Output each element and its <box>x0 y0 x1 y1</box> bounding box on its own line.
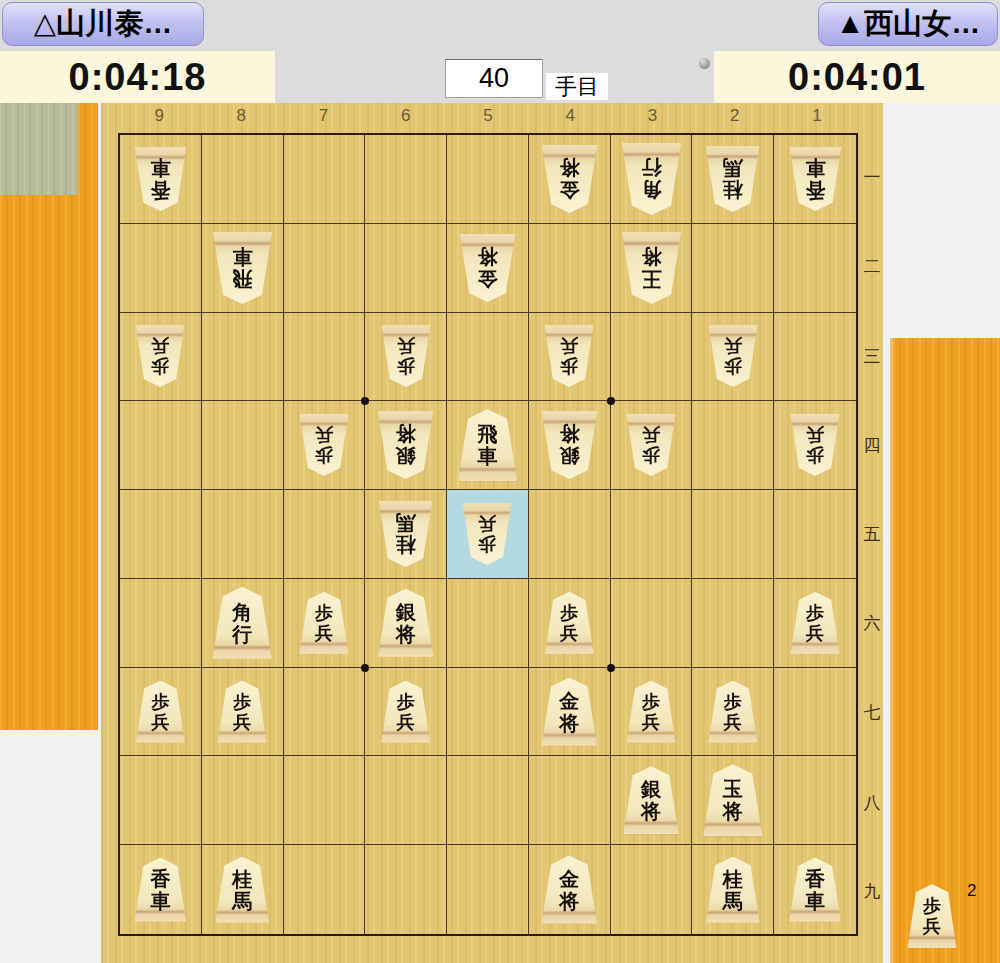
piece-kanji: 車 <box>150 157 170 179</box>
square-3七[interactable]: 歩兵 <box>611 668 693 757</box>
piece-kanji: 歩 <box>233 692 251 712</box>
piece-kanji: 行 <box>641 157 661 179</box>
piece-sente-歩兵[interactable]: 歩兵 <box>707 681 759 743</box>
square-2八[interactable]: 玉将 <box>692 756 774 845</box>
file-label-5: 5 <box>447 106 529 132</box>
square-9六[interactable] <box>120 579 202 668</box>
piece-sente-銀将[interactable]: 銀将 <box>376 589 435 657</box>
square-9九[interactable]: 香車 <box>120 845 202 934</box>
hoshi-star-point <box>361 664 369 672</box>
piece-kanji: 兵 <box>642 425 660 445</box>
piece-kanji: 将 <box>559 712 579 734</box>
square-7七[interactable] <box>284 668 366 757</box>
square-6九[interactable] <box>365 845 447 934</box>
piece-kanji: 将 <box>559 157 579 179</box>
piece-kanji: 桂 <box>723 179 743 201</box>
square-5三[interactable] <box>447 313 529 402</box>
piece-kanji: 玉 <box>723 778 743 800</box>
piece-sente-飛車[interactable]: 飛車 <box>456 409 519 481</box>
square-5五[interactable]: 歩兵 <box>447 490 529 579</box>
square-4三[interactable]: 歩兵 <box>529 313 611 402</box>
square-2七[interactable]: 歩兵 <box>692 668 774 757</box>
piece-sente-歩兵[interactable]: 歩兵 <box>380 681 432 743</box>
piece-gote-歩兵[interactable]: 歩兵 <box>543 325 595 387</box>
piece-kanji: 兵 <box>724 712 742 732</box>
square-8九[interactable]: 桂馬 <box>202 845 284 934</box>
square-3三[interactable] <box>611 313 693 402</box>
piece-sente-桂馬[interactable]: 桂馬 <box>214 857 271 923</box>
piece-kanji: 桂 <box>232 868 252 890</box>
piece-kanji: 兵 <box>724 336 742 356</box>
square-2三[interactable]: 歩兵 <box>692 313 774 402</box>
piece-sente-銀将[interactable]: 銀将 <box>622 766 681 834</box>
piece-gote-飛車[interactable]: 飛車 <box>211 232 274 304</box>
square-8三[interactable] <box>202 313 284 402</box>
square-4二[interactable] <box>529 224 611 313</box>
piece-kanji: 銀 <box>396 601 416 623</box>
rank-label-五: 五 <box>861 490 883 579</box>
piece-sente-香車[interactable]: 香車 <box>133 858 188 922</box>
shogi-board: 987654321 一二三四五六七八九 香車金将角行桂馬香車飛車金将王将歩兵歩兵… <box>101 103 883 963</box>
rank-label-三: 三 <box>861 311 883 400</box>
square-9四[interactable] <box>120 401 202 490</box>
piece-sente-歩兵[interactable]: 歩兵 <box>134 681 186 743</box>
piece-kanji: 歩 <box>151 356 169 376</box>
piece-kanji: 将 <box>723 800 743 822</box>
square-5七[interactable] <box>447 668 529 757</box>
piece-sente-金将[interactable]: 金将 <box>540 678 599 746</box>
piece-kanji: 行 <box>232 623 252 645</box>
square-3九[interactable] <box>611 845 693 934</box>
piece-kanji: 歩 <box>642 692 660 712</box>
rank-label-七: 七 <box>861 668 883 757</box>
piece-kanji: 兵 <box>233 712 251 732</box>
square-8一[interactable] <box>202 135 284 224</box>
piece-sente-桂馬[interactable]: 桂馬 <box>704 857 761 923</box>
hoshi-star-point <box>607 397 615 405</box>
square-4七[interactable]: 金将 <box>529 668 611 757</box>
piece-kanji: 将 <box>477 246 497 268</box>
piece-gote-歩兵[interactable]: 歩兵 <box>134 325 186 387</box>
piece-gote-桂馬[interactable]: 桂馬 <box>704 146 761 212</box>
clock-sente: 0:04:01 <box>714 51 1000 103</box>
square-7六[interactable]: 歩兵 <box>284 579 366 668</box>
piece-kanji: 将 <box>396 623 416 645</box>
square-1三[interactable] <box>774 313 856 402</box>
square-8七[interactable]: 歩兵 <box>202 668 284 757</box>
square-6五[interactable]: 桂馬 <box>365 490 447 579</box>
piece-kanji: 歩 <box>806 445 824 465</box>
piece-kanji: 金 <box>559 690 579 712</box>
square-8六[interactable]: 角行 <box>202 579 284 668</box>
piece-gote-歩兵[interactable]: 歩兵 <box>625 414 677 476</box>
piece-kanji: 歩 <box>315 603 333 623</box>
square-3一[interactable]: 角行 <box>611 135 693 224</box>
piece-kanji: 兵 <box>806 425 824 445</box>
piece-gote-香車[interactable]: 香車 <box>133 147 188 211</box>
file-label-2: 2 <box>694 106 776 132</box>
file-label-1: 1 <box>776 106 858 132</box>
piece-kanji: 香 <box>150 868 170 890</box>
square-2五[interactable] <box>692 490 774 579</box>
piece-kanji: 歩 <box>724 692 742 712</box>
square-1二[interactable] <box>774 224 856 313</box>
square-7一[interactable] <box>284 135 366 224</box>
sente-hand-area: 歩兵 <box>906 884 996 954</box>
square-3六[interactable] <box>611 579 693 668</box>
square-6八[interactable] <box>365 756 447 845</box>
piece-kanji: 兵 <box>397 336 415 356</box>
piece-sente-歩兵[interactable]: 歩兵 <box>216 681 268 743</box>
file-label-9: 9 <box>118 106 200 132</box>
move-number-label: 手目 <box>546 73 608 100</box>
piece-sente-歩兵[interactable]: 歩兵 <box>298 592 350 654</box>
square-4一[interactable]: 金将 <box>529 135 611 224</box>
player-button-gote[interactable]: △山川泰… <box>2 2 204 46</box>
square-9二[interactable] <box>120 224 202 313</box>
square-1一[interactable]: 香車 <box>774 135 856 224</box>
piece-kanji: 馬 <box>396 512 416 534</box>
gote-captured-tray <box>0 103 78 195</box>
piece-kanji: 歩 <box>397 692 415 712</box>
square-2六[interactable] <box>692 579 774 668</box>
square-5六[interactable] <box>447 579 529 668</box>
piece-gote-桂馬[interactable]: 桂馬 <box>377 501 434 567</box>
player-button-sente[interactable]: ▲西山女… <box>818 2 998 46</box>
piece-kanji: 歩 <box>724 356 742 376</box>
piece-gote-銀将[interactable]: 銀将 <box>376 411 435 479</box>
piece-gote-角行[interactable]: 角行 <box>620 143 683 215</box>
square-6七[interactable]: 歩兵 <box>365 668 447 757</box>
square-5四[interactable]: 飛車 <box>447 401 529 490</box>
piece-kanji: 将 <box>641 246 661 268</box>
piece-gote-歩兵[interactable]: 歩兵 <box>380 325 432 387</box>
square-4六[interactable]: 歩兵 <box>529 579 611 668</box>
square-3四[interactable]: 歩兵 <box>611 401 693 490</box>
piece-kanji: 歩 <box>923 896 941 916</box>
square-9八[interactable] <box>120 756 202 845</box>
piece-kanji: 兵 <box>315 425 333 445</box>
piece-kanji: 銀 <box>559 445 579 467</box>
piece-kanji: 車 <box>805 157 825 179</box>
piece-kanji: 車 <box>805 890 825 912</box>
piece-kanji: 兵 <box>923 916 941 936</box>
square-9五[interactable] <box>120 490 202 579</box>
square-8二[interactable]: 飛車 <box>202 224 284 313</box>
square-2四[interactable] <box>692 401 774 490</box>
square-6四[interactable]: 銀将 <box>365 401 447 490</box>
square-6二[interactable] <box>365 224 447 313</box>
piece-kanji: 桂 <box>723 868 743 890</box>
piece-kanji: 飛 <box>477 423 497 445</box>
piece-kanji: 歩 <box>560 356 578 376</box>
square-3八[interactable]: 銀将 <box>611 756 693 845</box>
piece-kanji: 歩 <box>397 356 415 376</box>
file-label-8: 8 <box>200 106 282 132</box>
piece-kanji: 香 <box>150 179 170 201</box>
piece-kanji: 車 <box>232 246 252 268</box>
square-3五[interactable] <box>611 490 693 579</box>
square-1六[interactable]: 歩兵 <box>774 579 856 668</box>
square-6六[interactable]: 銀将 <box>365 579 447 668</box>
square-7九[interactable] <box>284 845 366 934</box>
piece-kanji: 兵 <box>315 623 333 643</box>
square-9七[interactable]: 歩兵 <box>120 668 202 757</box>
square-4五[interactable] <box>529 490 611 579</box>
square-6一[interactable] <box>365 135 447 224</box>
piece-sente-角行[interactable]: 角行 <box>211 587 274 659</box>
piece-kanji: 歩 <box>478 534 496 554</box>
status-indicator-icon <box>699 58 710 69</box>
file-labels: 987654321 <box>118 106 858 132</box>
piece-gote-王将[interactable]: 王将 <box>620 232 683 304</box>
piece-sente-玉将[interactable]: 玉将 <box>701 764 764 836</box>
piece-sente-歩兵[interactable]: 歩兵 <box>906 884 958 948</box>
piece-gote-歩兵[interactable]: 歩兵 <box>707 325 759 387</box>
board-grid: 香車金将角行桂馬香車飛車金将王将歩兵歩兵歩兵歩兵歩兵銀将飛車銀将歩兵歩兵桂馬歩兵… <box>118 133 858 936</box>
piece-kanji: 車 <box>477 445 497 467</box>
square-3二[interactable]: 王将 <box>611 224 693 313</box>
square-7四[interactable]: 歩兵 <box>284 401 366 490</box>
piece-kanji: 兵 <box>806 623 824 643</box>
rank-label-九: 九 <box>861 847 883 936</box>
komadai-sente: 歩兵 2 <box>890 338 1000 963</box>
piece-kanji: 歩 <box>806 603 824 623</box>
piece-sente-金将[interactable]: 金将 <box>540 856 599 924</box>
square-5九[interactable] <box>447 845 529 934</box>
piece-sente-歩兵[interactable]: 歩兵 <box>625 681 677 743</box>
square-2二[interactable] <box>692 224 774 313</box>
piece-gote-歩兵[interactable]: 歩兵 <box>298 414 350 476</box>
piece-gote-歩兵[interactable]: 歩兵 <box>789 414 841 476</box>
file-label-7: 7 <box>282 106 364 132</box>
square-7三[interactable] <box>284 313 366 402</box>
move-number-input[interactable]: 40 <box>445 59 543 98</box>
piece-kanji: 桂 <box>396 534 416 556</box>
piece-sente-歩兵[interactable]: 歩兵 <box>789 592 841 654</box>
piece-kanji: 将 <box>559 423 579 445</box>
square-1八[interactable] <box>774 756 856 845</box>
square-1九[interactable]: 香車 <box>774 845 856 934</box>
piece-sente-香車[interactable]: 香車 <box>788 858 843 922</box>
sente-hand-pawn-count: 2 <box>967 881 976 901</box>
rank-label-四: 四 <box>861 401 883 490</box>
piece-kanji: 銀 <box>396 445 416 467</box>
piece-kanji: 飛 <box>232 268 252 290</box>
piece-kanji: 歩 <box>151 692 169 712</box>
piece-kanji: 角 <box>232 601 252 623</box>
piece-kanji: 馬 <box>723 157 743 179</box>
square-4四[interactable]: 銀将 <box>529 401 611 490</box>
piece-kanji: 兵 <box>151 336 169 356</box>
rank-label-二: 二 <box>861 222 883 311</box>
piece-gote-香車[interactable]: 香車 <box>788 147 843 211</box>
square-8八[interactable] <box>202 756 284 845</box>
piece-kanji: 香 <box>805 868 825 890</box>
piece-kanji: 将 <box>559 890 579 912</box>
file-label-4: 4 <box>529 106 611 132</box>
piece-kanji: 王 <box>641 268 661 290</box>
square-4八[interactable] <box>529 756 611 845</box>
piece-kanji: 香 <box>805 179 825 201</box>
square-7八[interactable] <box>284 756 366 845</box>
piece-kanji: 将 <box>641 800 661 822</box>
piece-kanji: 角 <box>641 179 661 201</box>
hoshi-star-point <box>361 397 369 405</box>
piece-kanji: 金 <box>477 268 497 290</box>
piece-kanji: 将 <box>396 423 416 445</box>
piece-kanji: 歩 <box>560 603 578 623</box>
piece-gote-歩兵[interactable]: 歩兵 <box>461 503 513 565</box>
square-5二[interactable]: 金将 <box>447 224 529 313</box>
piece-kanji: 兵 <box>397 712 415 732</box>
rank-label-六: 六 <box>861 579 883 668</box>
square-4九[interactable]: 金将 <box>529 845 611 934</box>
square-5一[interactable] <box>447 135 529 224</box>
piece-gote-金将[interactable]: 金将 <box>458 234 517 302</box>
square-7五[interactable] <box>284 490 366 579</box>
clock-gote: 0:04:18 <box>0 51 275 103</box>
square-6三[interactable]: 歩兵 <box>365 313 447 402</box>
square-7二[interactable] <box>284 224 366 313</box>
piece-kanji: 馬 <box>723 890 743 912</box>
rank-labels: 一二三四五六七八九 <box>861 133 883 936</box>
piece-kanji: 馬 <box>232 890 252 912</box>
piece-sente-歩兵[interactable]: 歩兵 <box>543 592 595 654</box>
komadai-gote <box>0 103 98 730</box>
piece-kanji: 車 <box>150 890 170 912</box>
square-9一[interactable]: 香車 <box>120 135 202 224</box>
rank-label-一: 一 <box>861 133 883 222</box>
file-label-3: 3 <box>611 106 693 132</box>
piece-gote-銀将[interactable]: 銀将 <box>540 411 599 479</box>
piece-kanji: 歩 <box>315 445 333 465</box>
header-bar: △山川泰… ▲西山女… 0:04:18 0:04:01 40 手目 <box>0 0 1000 103</box>
piece-kanji: 金 <box>559 868 579 890</box>
square-1七[interactable] <box>774 668 856 757</box>
file-label-6: 6 <box>365 106 447 132</box>
piece-kanji: 兵 <box>560 336 578 356</box>
piece-kanji: 兵 <box>478 514 496 534</box>
square-8四[interactable] <box>202 401 284 490</box>
square-5八[interactable] <box>447 756 529 845</box>
piece-kanji: 金 <box>559 179 579 201</box>
piece-kanji: 兵 <box>151 712 169 732</box>
square-2九[interactable]: 桂馬 <box>692 845 774 934</box>
square-9三[interactable]: 歩兵 <box>120 313 202 402</box>
piece-gote-金将[interactable]: 金将 <box>540 145 599 213</box>
piece-kanji: 兵 <box>560 623 578 643</box>
square-8五[interactable] <box>202 490 284 579</box>
piece-kanji: 銀 <box>641 778 661 800</box>
piece-kanji: 兵 <box>642 712 660 732</box>
rank-label-八: 八 <box>861 758 883 847</box>
square-2一[interactable]: 桂馬 <box>692 135 774 224</box>
square-1五[interactable] <box>774 490 856 579</box>
piece-kanji: 歩 <box>642 445 660 465</box>
square-1四[interactable]: 歩兵 <box>774 401 856 490</box>
